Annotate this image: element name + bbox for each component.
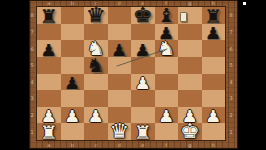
square-a1[interactable]: ♜ — [37, 123, 61, 140]
square-e4[interactable]: ♟ — [131, 74, 155, 91]
square-d3[interactable] — [108, 90, 132, 107]
square-g4[interactable] — [178, 74, 202, 91]
square-b3[interactable] — [61, 90, 85, 107]
square-c3[interactable] — [84, 90, 108, 107]
square-b8[interactable] — [61, 7, 85, 24]
square-a4[interactable] — [37, 74, 61, 91]
square-h8[interactable]: ♜ — [202, 7, 226, 24]
chess-board[interactable]: ♜♛♚♝♜♟♟♟♞♟♟♞♞♟♟♟♟♟♟♟♟♜♛♜♚ — [36, 6, 226, 141]
square-a5[interactable] — [37, 57, 61, 74]
square-f1[interactable] — [155, 123, 179, 140]
square-b1[interactable] — [61, 123, 85, 140]
square-c5[interactable]: ♞ — [84, 57, 108, 74]
square-h4[interactable] — [202, 74, 226, 91]
square-c8[interactable]: ♛ — [84, 7, 108, 24]
square-b6[interactable] — [61, 40, 85, 57]
square-b7[interactable] — [61, 24, 85, 41]
square-d7[interactable] — [108, 24, 132, 41]
video-artifact-dot — [243, 2, 246, 5]
square-d6[interactable]: ♟ — [108, 40, 132, 57]
black-queen-c8[interactable]: ♛ — [84, 5, 108, 25]
letterbox-bottom — [0, 149, 266, 150]
square-b4[interactable]: ♟ — [61, 74, 85, 91]
square-g6[interactable] — [178, 40, 202, 57]
square-g5[interactable] — [178, 57, 202, 74]
square-e5[interactable] — [131, 57, 155, 74]
square-h6[interactable] — [202, 40, 226, 57]
square-c2[interactable]: ♟ — [84, 107, 108, 124]
video-frame: ♜♛♚♝♜♟♟♟♞♟♟♞♞♟♟♟♟♟♟♟♟♜♛♜♚ aabbccddeeffgg… — [0, 0, 266, 150]
square-g3[interactable] — [178, 90, 202, 107]
mouse-cursor — [180, 12, 187, 22]
square-h2[interactable]: ♟ — [202, 107, 226, 124]
square-h1[interactable] — [202, 123, 226, 140]
square-e6[interactable]: ♟ — [131, 40, 155, 57]
square-d1[interactable]: ♛ — [108, 123, 132, 140]
white-rook-a1[interactable]: ♜ — [37, 124, 61, 142]
square-f8[interactable]: ♝ — [155, 7, 179, 24]
square-e8[interactable]: ♚ — [131, 7, 155, 24]
square-f2[interactable]: ♟ — [155, 107, 179, 124]
square-f4[interactable] — [155, 74, 179, 91]
square-e1[interactable]: ♜ — [131, 123, 155, 140]
square-h3[interactable] — [202, 90, 226, 107]
square-b2[interactable]: ♟ — [61, 107, 85, 124]
square-a7[interactable] — [37, 24, 61, 41]
square-e7[interactable] — [131, 24, 155, 41]
square-a3[interactable] — [37, 90, 61, 107]
square-f3[interactable] — [155, 90, 179, 107]
letterbox-right — [238, 0, 266, 150]
square-h7[interactable]: ♟ — [202, 24, 226, 41]
square-g7[interactable] — [178, 24, 202, 41]
letterbox-left — [0, 0, 29, 150]
square-g1[interactable]: ♚ — [178, 123, 202, 140]
white-queen-d1[interactable]: ♛ — [108, 122, 132, 142]
black-king-e8[interactable]: ♚ — [131, 5, 155, 25]
square-b5[interactable] — [61, 57, 85, 74]
square-a8[interactable]: ♜ — [37, 7, 61, 24]
square-f6[interactable]: ♞ — [155, 40, 179, 57]
square-d8[interactable] — [108, 7, 132, 24]
square-e3[interactable] — [131, 90, 155, 107]
white-rook-e1[interactable]: ♜ — [131, 124, 155, 142]
square-f5[interactable] — [155, 57, 179, 74]
square-c1[interactable] — [84, 123, 108, 140]
square-d4[interactable] — [108, 74, 132, 91]
square-a6[interactable]: ♟ — [37, 40, 61, 57]
square-d5[interactable] — [108, 57, 132, 74]
square-h5[interactable] — [202, 57, 226, 74]
square-c4[interactable] — [84, 74, 108, 91]
white-king-g1[interactable]: ♚ — [178, 122, 202, 142]
